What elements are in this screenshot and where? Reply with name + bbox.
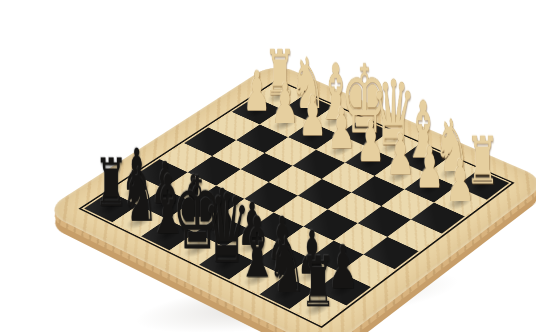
square-a8: ♜ <box>290 291 346 325</box>
board-wood-frame: ♜♟♟♜♞♟♟♞♝♟♟♝♚♟♟♚♛♟♟♛♝♟♟♝♞♟♟♞♜♟♟♜ <box>43 62 536 332</box>
scene: ♜♟♟♜♞♟♟♞♝♟♟♝♚♟♟♚♛♟♟♛♝♟♟♝♞♟♟♞♜♟♟♜ <box>40 16 536 332</box>
board-grid: ♜♟♟♜♞♟♟♞♝♟♟♝♚♟♟♚♛♟♟♛♝♟♟♝♞♟♟♞♜♟♟♜ <box>84 82 509 324</box>
chess-board: ♜♟♟♜♞♟♟♞♝♟♟♝♚♟♟♚♛♟♟♛♝♟♟♝♞♟♟♞♜♟♟♜ <box>43 62 536 332</box>
board-boundary-line: ♜♟♟♜♞♟♟♞♝♟♟♝♚♟♟♚♛♟♟♛♝♟♟♝♞♟♟♞♜♟♟♜ <box>78 79 514 328</box>
chess-set-product-photo[interactable]: Overhead angled product photo of a natur… <box>40 16 536 332</box>
white-pawn-glyph: ♟ <box>421 152 500 210</box>
